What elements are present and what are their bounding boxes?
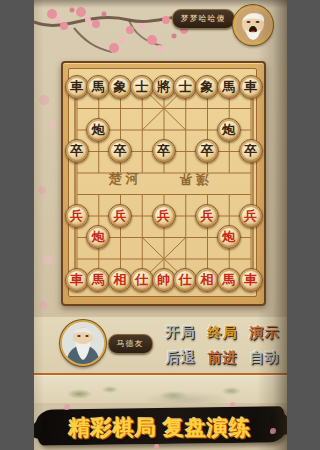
piece-red-仕[interactable]: 仕: [130, 268, 154, 292]
end-button[interactable]: 终局: [204, 324, 242, 343]
piece-red-車[interactable]: 車: [239, 268, 263, 292]
opponent-avatar[interactable]: [233, 5, 273, 45]
app-screen: 梦梦哈哈傻: [34, 0, 287, 450]
piece-red-車[interactable]: 車: [65, 268, 89, 292]
petal-decoration: [230, 402, 235, 407]
piece-black-炮[interactable]: 炮: [86, 118, 110, 142]
auto-button[interactable]: 自动: [246, 349, 284, 368]
start-button[interactable]: 开局: [162, 324, 200, 343]
player-name-plate: 马德友: [108, 334, 153, 354]
bottom-banner: 精彩棋局 复盘演练: [34, 402, 287, 450]
opponent-name-plate: 梦梦哈哈傻: [172, 9, 235, 29]
back-button[interactable]: 后退: [162, 349, 200, 368]
river-label-hanjie: 漢界: [175, 170, 209, 188]
piece-red-炮[interactable]: 炮: [217, 225, 241, 249]
piece-black-馬[interactable]: 馬: [217, 75, 241, 99]
piece-black-象[interactable]: 象: [195, 75, 219, 99]
old-man-shouting-icon: [235, 7, 271, 43]
petal-decoration: [154, 444, 159, 449]
piece-black-象[interactable]: 象: [108, 75, 132, 99]
xiangqi-board: 楚河 漢界 車馬象士將士象馬車炮炮卒卒卒卒卒兵兵兵兵兵炮炮車馬相仕帥仕相馬車: [61, 61, 266, 306]
piece-black-炮[interactable]: 炮: [217, 118, 241, 142]
piece-black-卒[interactable]: 卒: [239, 139, 263, 163]
board-field: [68, 68, 257, 297]
piece-red-兵[interactable]: 兵: [195, 204, 219, 228]
piece-red-兵[interactable]: 兵: [108, 204, 132, 228]
piece-black-卒[interactable]: 卒: [152, 139, 176, 163]
old-man-beard-icon: [62, 322, 104, 364]
replay-controls: 开局 终局 演示 后退 前进 自动: [162, 324, 284, 368]
banner-text: 精彩棋局 复盘演练: [34, 414, 287, 442]
piece-red-帥[interactable]: 帥: [152, 268, 176, 292]
landscape-painting: [34, 373, 287, 403]
piece-black-士[interactable]: 士: [130, 75, 154, 99]
piece-black-卒[interactable]: 卒: [65, 139, 89, 163]
piece-red-馬[interactable]: 馬: [217, 268, 241, 292]
board-grid: [69, 69, 256, 296]
piece-red-兵[interactable]: 兵: [239, 204, 263, 228]
piece-black-將[interactable]: 將: [152, 75, 176, 99]
side-blossom-decoration: [34, 70, 64, 330]
petal-decoration: [270, 428, 276, 434]
demo-button[interactable]: 演示: [246, 324, 284, 343]
piece-red-相[interactable]: 相: [108, 268, 132, 292]
piece-red-相[interactable]: 相: [195, 268, 219, 292]
piece-red-兵[interactable]: 兵: [152, 204, 176, 228]
forward-button[interactable]: 前进: [204, 349, 242, 368]
player-avatar[interactable]: [60, 320, 106, 366]
river-label-chuhe: 楚河: [109, 170, 143, 188]
piece-black-車[interactable]: 車: [65, 75, 89, 99]
piece-red-兵[interactable]: 兵: [65, 204, 89, 228]
piece-black-車[interactable]: 車: [239, 75, 263, 99]
petal-decoration: [64, 404, 70, 410]
